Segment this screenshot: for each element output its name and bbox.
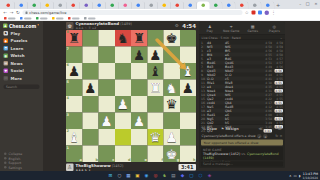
bookmark-item[interactable] xyxy=(68,17,80,20)
browser-tab[interactable] xyxy=(93,2,106,10)
tab-favicon xyxy=(20,4,24,8)
taskbar-app-icon[interactable]: ⬡ xyxy=(197,172,204,179)
piece-white-bishop[interactable]: ♝ xyxy=(66,129,82,146)
sidebar-item-label: Puzzles xyxy=(11,39,28,44)
square-f7[interactable]: ♟ xyxy=(147,47,163,64)
extension-icon-2[interactable] xyxy=(258,11,262,15)
square-b4[interactable] xyxy=(82,96,98,113)
back-icon[interactable]: ← xyxy=(4,10,8,15)
bookmark-favicon xyxy=(36,17,39,20)
tab-favicon xyxy=(150,4,154,8)
bookmark-item[interactable] xyxy=(36,17,48,20)
taskbar-app-icon[interactable]: ◉ xyxy=(143,172,150,179)
bookmark-item[interactable] xyxy=(84,17,96,20)
sidebar-item-label: News xyxy=(11,61,23,66)
window-controls: – □ × xyxy=(299,1,317,8)
piece-white-pawn[interactable]: ♟ xyxy=(164,129,180,146)
square-d8[interactable]: ♞ xyxy=(115,30,131,47)
rank-label: 5 xyxy=(67,80,69,84)
square-h4[interactable] xyxy=(180,96,196,113)
opponent-avatar[interactable]: ♚ xyxy=(66,22,74,30)
browser-tab[interactable] xyxy=(41,2,54,10)
chat-input[interactable]: Send a message... xyxy=(201,162,283,167)
windows-taskbar: ⊞○▦▣◉◎♞▤◆▢⬡◈ xyxy=(0,171,320,180)
square-h2[interactable] xyxy=(180,129,196,146)
pawn-logo-icon: ♟ xyxy=(3,24,8,29)
tab-favicon xyxy=(163,4,167,8)
panel-tab-players[interactable]: ◎Players xyxy=(264,22,286,34)
browser-tab[interactable] xyxy=(67,2,80,10)
play-icon: ♞ xyxy=(4,31,9,36)
taskbar-app-icon[interactable]: ▤ xyxy=(170,172,177,179)
bookmark-favicon xyxy=(68,17,71,20)
browser-tab[interactable] xyxy=(28,2,41,10)
square-h5[interactable]: ♟ xyxy=(180,80,196,97)
file-label: h xyxy=(193,158,195,162)
chat-box: NEW GAME TheBigShowww (1452) vs. Cyanoac… xyxy=(201,147,283,160)
square-d5[interactable] xyxy=(115,80,131,97)
chess-board: 8♜♞♜♚7♟♟6♟♝♝5♟♜♞♟4♟♛3♟♟2♝♛♟1abcdefg♚h xyxy=(66,30,196,162)
draw-offer-banner: Your opponent has offered a draw xyxy=(201,140,283,146)
square-d1[interactable]: d xyxy=(115,146,131,163)
square-c3[interactable]: ♟ xyxy=(99,113,115,130)
taskbar-app-icon[interactable]: ▦ xyxy=(125,172,132,179)
browser-tab[interactable] xyxy=(15,2,28,10)
square-f2[interactable]: ♛ xyxy=(147,129,163,146)
tab-favicon xyxy=(7,4,11,8)
tab-favicon xyxy=(111,4,115,8)
maximize-icon[interactable]: □ xyxy=(306,1,310,8)
news-icon: ▤ xyxy=(4,61,9,66)
browser-tab[interactable] xyxy=(158,2,171,10)
square-f4[interactable] xyxy=(147,96,163,113)
tab-favicon xyxy=(214,4,218,8)
square-c4[interactable] xyxy=(99,96,115,113)
piece-white-queen[interactable]: ♛ xyxy=(147,129,163,146)
square-c6[interactable] xyxy=(99,63,115,80)
browser-tab[interactable] xyxy=(132,2,145,10)
square-e5[interactable] xyxy=(131,80,147,97)
resign-button[interactable]: ⚑ Resign xyxy=(221,127,239,131)
tab-favicon xyxy=(253,4,257,8)
square-e6[interactable] xyxy=(131,63,147,80)
sidebar-footer-settings[interactable]: Settings xyxy=(0,165,43,170)
sidebar-item-play[interactable]: ♞Play xyxy=(0,30,43,38)
chat-players-line: TheBigShowww (1452) vs. CyanoacrylateBon… xyxy=(203,152,281,160)
social-icon: ♥ xyxy=(4,69,9,74)
square-g2[interactable]: ♟ xyxy=(164,129,180,146)
square-h6[interactable]: ♝ xyxy=(180,63,196,80)
square-d3[interactable] xyxy=(115,113,131,130)
square-h7[interactable] xyxy=(180,47,196,64)
bookmark-label xyxy=(8,17,16,19)
piece-white-pawn[interactable]: ♟ xyxy=(131,113,147,130)
browser-tab[interactable] xyxy=(54,2,67,10)
square-b2[interactable] xyxy=(82,129,98,146)
piece-black-pawn[interactable]: ♟ xyxy=(66,63,82,80)
square-c5[interactable] xyxy=(99,80,115,97)
sidebar-item-label: Watch xyxy=(11,54,25,59)
sidebar: ♟ Chess.com ♞Play◆Puzzles◓Learn◉Watch▤Ne… xyxy=(0,21,43,171)
new-tab-button[interactable]: + xyxy=(275,2,282,9)
learn-icon: ◓ xyxy=(4,46,9,51)
piece-white-knight[interactable]: ♞ xyxy=(164,80,180,97)
browser-tab[interactable] xyxy=(223,2,236,10)
sidebar-item-label: Play xyxy=(11,31,20,36)
reload-icon[interactable]: ↻ xyxy=(16,10,20,15)
sidebar-item-label: Learn xyxy=(11,46,24,51)
square-g6[interactable] xyxy=(164,63,180,80)
opponent-bar: ♚ CyanoacrylateBond(1489) ♙♙♙ ♘ ♖ +2 ⚙ 4… xyxy=(66,22,196,30)
square-f1[interactable]: f xyxy=(147,146,163,163)
square-e8[interactable]: ♜ xyxy=(131,30,147,47)
bookmark-label xyxy=(56,17,64,19)
piece-black-pawn[interactable]: ♟ xyxy=(180,80,196,97)
square-d7[interactable] xyxy=(115,47,131,64)
square-e1[interactable]: e xyxy=(131,146,147,163)
square-a7[interactable]: 7 xyxy=(66,47,82,64)
board-settings-gear-icon[interactable]: ⚙ xyxy=(175,23,179,28)
piece-white-king[interactable]: ♚ xyxy=(164,146,180,163)
square-f8[interactable] xyxy=(147,30,163,47)
tab-favicon xyxy=(59,4,63,8)
bookmark-star-icon[interactable]: ☆ xyxy=(245,10,249,15)
bookmark-item[interactable] xyxy=(52,17,64,20)
browser-tab[interactable] xyxy=(197,2,210,10)
piece-white-pawn[interactable]: ♟ xyxy=(99,113,115,130)
sidebar-item-more[interactable]: ⋯More xyxy=(0,75,43,83)
logo-text: Chess.com xyxy=(9,23,36,28)
square-e7[interactable]: ♟ xyxy=(131,47,147,64)
square-g1[interactable]: g♚ xyxy=(164,146,180,163)
url-text: chess.com/game/live xyxy=(29,10,66,15)
player-clock: 3:41 xyxy=(179,164,196,171)
taskbar-app-icon[interactable]: ◆ xyxy=(179,172,186,179)
volume-icon[interactable]: ◗ xyxy=(299,174,301,178)
opponent-clock: 4:54 xyxy=(182,22,196,29)
chevron-down-icon: ⌄ xyxy=(280,35,283,39)
bookmark-favicon xyxy=(84,17,87,20)
square-c8[interactable] xyxy=(99,30,115,47)
player-avatar[interactable]: ♙ xyxy=(66,163,74,171)
browser-tab[interactable] xyxy=(80,2,93,10)
sidebar-item-label: Social xyxy=(11,69,24,74)
bookmark-item[interactable] xyxy=(4,17,16,20)
draw-button[interactable]: ½ Draw xyxy=(202,127,217,131)
tab-favicon xyxy=(72,4,76,8)
square-c1[interactable]: c xyxy=(99,146,115,163)
player-bar: ♙ TheBigShowww(1452) ♟♟♟ ♞ ♝ 3:41 xyxy=(66,163,196,171)
square-e4[interactable] xyxy=(131,96,147,113)
game-panel: ♟Play+New Game▦Games◎Players Live Chess … xyxy=(199,22,285,168)
bookmark-favicon xyxy=(20,17,23,20)
rank-label: 4 xyxy=(67,97,69,101)
piece-black-knight[interactable]: ♞ xyxy=(115,30,131,47)
taskbar-app-icon[interactable]: ▣ xyxy=(134,172,141,179)
decline-draw-button[interactable]: × xyxy=(263,134,268,139)
rematch-icon[interactable]: ↻ xyxy=(275,134,278,138)
browser-toolbar: ← → ↻ chess.com/game/live ☆ ⋮ xyxy=(0,9,320,16)
tab-favicon xyxy=(33,4,37,8)
browser-tab[interactable] xyxy=(236,2,249,10)
square-f6[interactable]: ♝ xyxy=(147,63,163,80)
move-list: 1.d4d54:594:592.Nf3Nf64:584:593.c3Bf54:5… xyxy=(199,40,285,124)
piece-white-pawn[interactable]: ♟ xyxy=(115,96,131,113)
puzzles-icon: ◆ xyxy=(4,39,9,44)
sidebar-item-news[interactable]: ▤News xyxy=(0,60,43,68)
piece-black-pawn[interactable]: ♟ xyxy=(131,47,147,64)
square-a6[interactable]: 6♟ xyxy=(66,63,82,80)
address-bar[interactable]: chess.com/game/live xyxy=(22,10,242,15)
bookmark-favicon xyxy=(4,17,7,20)
logo-dot xyxy=(38,24,40,26)
browser-tab[interactable] xyxy=(184,2,197,10)
piece-black-king[interactable]: ♚ xyxy=(164,30,180,47)
sidebar-item-social[interactable]: ♥Social xyxy=(0,67,43,75)
game-controls: ½ Draw ⚑ Resign ≪ ‹ › ≫ xyxy=(199,124,285,133)
square-d2[interactable] xyxy=(115,129,131,146)
tab-favicon xyxy=(189,4,193,8)
square-b5[interactable]: ♟ xyxy=(82,80,98,97)
square-a8[interactable]: 8♜ xyxy=(66,30,82,47)
accept-draw-button[interactable]: ✓ xyxy=(257,134,262,139)
stage: + – □ × ← → ↻ chess.com/game/live ☆ ⋮ ♟ … xyxy=(0,0,320,180)
square-a2[interactable]: 2♝ xyxy=(66,129,82,146)
tab-favicon xyxy=(176,4,180,8)
browser-tab[interactable] xyxy=(145,2,158,10)
dismiss-icon[interactable]: × xyxy=(280,134,283,138)
close-icon[interactable]: × xyxy=(314,1,317,8)
network-icon[interactable]: ▭ xyxy=(293,174,296,178)
taskbar-app-icon[interactable]: ◎ xyxy=(152,172,159,179)
forward-move-button[interactable]: › xyxy=(272,126,274,131)
square-a4[interactable]: 4 xyxy=(66,96,82,113)
game-info-text: Live Chess · 5 min · Rated xyxy=(202,35,241,39)
extension-icon[interactable] xyxy=(251,11,255,15)
minimize-icon[interactable]: – xyxy=(299,1,301,8)
draw-offer-row: CyanoacrylateBond offers a draw ✓ × ↻ × xyxy=(199,133,285,140)
browser-tab-strip: + xyxy=(0,0,320,9)
piece-white-rook[interactable]: ♜ xyxy=(147,80,163,97)
square-c7[interactable] xyxy=(99,47,115,64)
square-h1[interactable]: h xyxy=(180,146,196,163)
go-end-button[interactable]: ≫ xyxy=(278,126,282,131)
chesscom-logo[interactable]: ♟ Chess.com xyxy=(0,22,43,30)
sidebar-item-learn[interactable]: ◓Learn xyxy=(0,45,43,53)
bookmark-label xyxy=(40,17,48,19)
browser-tab[interactable] xyxy=(2,2,15,10)
panel-tab-play[interactable]: ♟Play xyxy=(199,22,221,34)
browser-tab[interactable] xyxy=(262,2,275,10)
square-b7[interactable] xyxy=(82,47,98,64)
piece-black-rook[interactable]: ♜ xyxy=(66,30,82,47)
square-a1[interactable]: 1a xyxy=(66,146,82,163)
square-e3[interactable]: ♟ xyxy=(131,113,147,130)
square-c2[interactable] xyxy=(99,129,115,146)
chat-placeholder: Send a message... xyxy=(203,162,233,166)
more-icon: ⋯ xyxy=(4,76,9,81)
tab-favicon xyxy=(85,4,89,8)
square-h8[interactable] xyxy=(180,30,196,47)
square-a3[interactable]: 3 xyxy=(66,113,82,130)
piece-white-bishop[interactable]: ♝ xyxy=(180,63,196,80)
square-b3[interactable] xyxy=(82,113,98,130)
piece-black-rook[interactable]: ♜ xyxy=(131,30,147,47)
start-button[interactable]: ⊞ xyxy=(107,172,114,179)
square-d4[interactable]: ♟ xyxy=(115,96,131,113)
tray-expand-icon[interactable]: ∧ xyxy=(289,174,292,178)
taskbar-clock[interactable]: 11:43 PM 1/18/2024 xyxy=(303,172,318,179)
watch-icon: ◉ xyxy=(4,54,9,59)
browser-tab[interactable] xyxy=(210,2,223,10)
tab-favicon xyxy=(46,4,50,8)
square-g8[interactable]: ♚ xyxy=(164,30,180,47)
taskbar-app-icon[interactable]: ◈ xyxy=(206,172,213,179)
system-tray: ∧ ▭ ◗ 11:43 PM 1/18/2024 xyxy=(289,171,318,180)
chess-page: ♟ Chess.com ♞Play◆Puzzles◓Learn◉Watch▤Ne… xyxy=(0,21,320,171)
browser-tab[interactable] xyxy=(106,2,119,10)
square-f3[interactable] xyxy=(147,113,163,130)
piece-black-bishop[interactable]: ♝ xyxy=(147,63,163,80)
square-h3[interactable] xyxy=(180,113,196,130)
bookmark-item[interactable] xyxy=(20,17,32,20)
square-g7[interactable] xyxy=(164,47,180,64)
square-e2[interactable] xyxy=(131,129,147,146)
panel-tab-new-game[interactable]: +New Game xyxy=(221,22,243,34)
square-d6[interactable] xyxy=(115,63,131,80)
tab-favicon xyxy=(227,4,231,8)
square-b1[interactable]: b xyxy=(82,146,98,163)
square-g5[interactable]: ♞ xyxy=(164,80,180,97)
square-g4[interactable]: ♛ xyxy=(164,96,180,113)
taskbar-app-icon[interactable]: ♞ xyxy=(161,172,168,179)
square-g3[interactable] xyxy=(164,113,180,130)
square-a5[interactable]: 5 xyxy=(66,80,82,97)
bookmark-label xyxy=(88,17,96,19)
bookmark-label xyxy=(24,17,32,19)
back-move-button[interactable]: ‹ xyxy=(267,126,269,131)
tab-favicon xyxy=(124,4,128,8)
opponent-captured-pieces: ♙♙♙ ♘ ♖ +2 xyxy=(76,26,132,30)
sidebar-item-label: More xyxy=(11,76,22,81)
bookmark-favicon xyxy=(52,17,55,20)
tab-favicon xyxy=(202,4,206,8)
draw-offer-text: CyanoacrylateBond offers a draw xyxy=(202,134,256,138)
padlock-icon xyxy=(25,11,27,14)
taskbar-app-icon[interactable]: ○ xyxy=(116,172,123,179)
rank-label: 3 xyxy=(67,113,69,117)
sidebar-item-puzzles[interactable]: ◆Puzzles xyxy=(0,37,43,45)
square-b6[interactable] xyxy=(82,63,98,80)
panel-tab-games[interactable]: ▦Games xyxy=(242,22,264,34)
square-f5[interactable]: ♜ xyxy=(147,80,163,97)
piece-black-pawn[interactable]: ♟ xyxy=(147,47,163,64)
browser-menu-icon[interactable]: ⋮ xyxy=(271,10,276,15)
rank-label: 7 xyxy=(67,47,69,51)
piece-black-pawn[interactable]: ♟ xyxy=(82,80,98,97)
sidebar-item-watch[interactable]: ◉Watch xyxy=(0,52,43,60)
tab-favicon xyxy=(240,4,244,8)
tab-favicon xyxy=(137,4,141,8)
tab-favicon xyxy=(98,4,102,8)
browser-tab[interactable] xyxy=(119,2,132,10)
forward-icon[interactable]: → xyxy=(10,10,14,15)
bookmark-label xyxy=(72,17,80,19)
taskbar-app-icon[interactable]: ▢ xyxy=(188,172,195,179)
piece-black-queen[interactable]: ♛ xyxy=(164,96,180,113)
screen: + – □ × ← → ↻ chess.com/game/live ☆ ⋮ ♟ … xyxy=(0,0,320,180)
browser-profile-avatar[interactable] xyxy=(264,10,269,15)
browser-tab[interactable] xyxy=(171,2,184,10)
rank-label: 1 xyxy=(67,146,69,150)
browser-tab[interactable] xyxy=(249,2,262,10)
go-start-button[interactable]: ≪ xyxy=(258,126,262,131)
square-b8[interactable] xyxy=(82,30,98,47)
tab-favicon xyxy=(266,4,270,8)
